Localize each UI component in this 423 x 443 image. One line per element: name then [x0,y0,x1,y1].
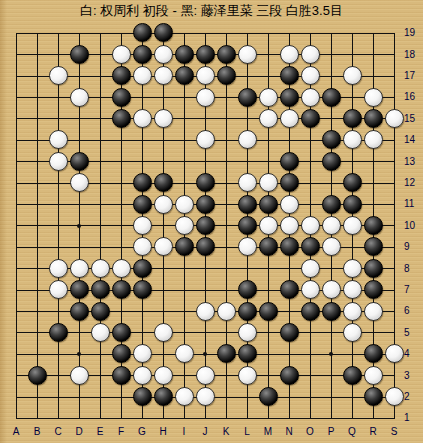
board-point-B7[interactable] [27,279,48,300]
black-stone[interactable] [280,66,299,85]
board-point-P4[interactable] [321,343,342,364]
white-stone[interactable] [49,152,68,171]
board-point-M14[interactable] [258,129,279,150]
black-stone[interactable] [133,259,152,278]
board-point-E10[interactable] [90,215,111,236]
board-point-A13[interactable] [6,151,27,172]
black-stone[interactable] [112,88,131,107]
white-stone[interactable] [322,216,341,235]
board-point-R13[interactable] [363,151,384,172]
board-point-K3[interactable] [216,365,237,386]
board-point-P16[interactable] [321,86,342,107]
board-point-G17[interactable] [132,65,153,86]
board-point-Q5[interactable] [342,322,363,343]
board-point-M3[interactable] [258,365,279,386]
board-point-P18[interactable] [321,44,342,65]
board-point-D10[interactable] [69,215,90,236]
board-point-E5[interactable] [90,322,111,343]
board-point-P7[interactable] [321,279,342,300]
board-point-G7[interactable] [132,279,153,300]
board-point-D12[interactable] [69,172,90,193]
board-point-N17[interactable] [279,65,300,86]
board-point-F18[interactable] [111,44,132,65]
board-point-H13[interactable] [153,151,174,172]
board-point-E13[interactable] [90,151,111,172]
white-stone[interactable] [196,387,215,406]
white-stone[interactable] [301,259,320,278]
board-point-D19[interactable] [69,22,90,43]
board-point-C18[interactable] [48,44,69,65]
board-point-R6[interactable] [363,300,384,321]
white-stone[interactable] [301,45,320,64]
white-stone[interactable] [238,173,257,192]
black-stone[interactable] [154,387,173,406]
board-point-B2[interactable] [27,386,48,407]
black-stone[interactable] [280,280,299,299]
board-point-L8[interactable] [237,258,258,279]
black-stone[interactable] [112,366,131,385]
white-stone[interactable] [91,259,110,278]
board-point-O2[interactable] [300,386,321,407]
board-point-F15[interactable] [111,108,132,129]
board-point-J11[interactable] [195,193,216,214]
board-point-N15[interactable] [279,108,300,129]
board-point-R17[interactable] [363,65,384,86]
board-point-M2[interactable] [258,386,279,407]
black-stone[interactable] [49,323,68,342]
board-point-A3[interactable] [6,365,27,386]
board-point-C10[interactable] [48,215,69,236]
board-point-Q13[interactable] [342,151,363,172]
board-point-G16[interactable] [132,86,153,107]
black-stone[interactable] [196,216,215,235]
board-point-N18[interactable] [279,44,300,65]
black-stone[interactable] [322,152,341,171]
white-stone[interactable] [238,45,257,64]
board-point-R16[interactable] [363,86,384,107]
board-point-D9[interactable] [69,236,90,257]
board-point-R3[interactable] [363,365,384,386]
black-stone[interactable] [322,195,341,214]
white-stone[interactable] [196,66,215,85]
black-stone[interactable] [133,280,152,299]
black-stone[interactable] [280,88,299,107]
white-stone[interactable] [112,45,131,64]
board-point-G8[interactable] [132,258,153,279]
board-point-P5[interactable] [321,322,342,343]
board-point-K19[interactable] [216,22,237,43]
board-point-F16[interactable] [111,86,132,107]
board-point-E17[interactable] [90,65,111,86]
board-point-P15[interactable] [321,108,342,129]
board-point-G4[interactable] [132,343,153,364]
board-point-I14[interactable] [174,129,195,150]
board-point-J2[interactable] [195,386,216,407]
board-point-G6[interactable] [132,300,153,321]
board-point-E8[interactable] [90,258,111,279]
board-point-R14[interactable] [363,129,384,150]
board-point-F17[interactable] [111,65,132,86]
white-stone[interactable] [154,66,173,85]
board-point-R9[interactable] [363,236,384,257]
white-stone[interactable] [301,216,320,235]
white-stone[interactable] [238,323,257,342]
black-stone[interactable] [70,45,89,64]
white-stone[interactable] [133,344,152,363]
black-stone[interactable] [196,237,215,256]
board-point-G14[interactable] [132,129,153,150]
board-point-J12[interactable] [195,172,216,193]
board-point-J7[interactable] [195,279,216,300]
board-point-H8[interactable] [153,258,174,279]
board-point-B14[interactable] [27,129,48,150]
board-point-M11[interactable] [258,193,279,214]
white-stone[interactable] [343,216,362,235]
board-point-F14[interactable] [111,129,132,150]
board-point-E16[interactable] [90,86,111,107]
black-stone[interactable] [280,152,299,171]
board-point-K6[interactable] [216,300,237,321]
black-stone[interactable] [364,109,383,128]
black-stone[interactable] [364,280,383,299]
white-stone[interactable] [322,280,341,299]
black-stone[interactable] [238,344,257,363]
black-stone[interactable] [133,23,152,42]
white-stone[interactable] [154,237,173,256]
board-point-A9[interactable] [6,236,27,257]
white-stone[interactable] [49,130,68,149]
board-point-N3[interactable] [279,365,300,386]
white-stone[interactable] [133,237,152,256]
black-stone[interactable] [280,366,299,385]
white-stone[interactable] [301,66,320,85]
white-stone[interactable] [154,109,173,128]
board-point-M10[interactable] [258,215,279,236]
board-point-F2[interactable] [111,386,132,407]
board-point-B17[interactable] [27,65,48,86]
board-point-J14[interactable] [195,129,216,150]
board-point-A2[interactable] [6,386,27,407]
board-point-C12[interactable] [48,172,69,193]
board-point-O16[interactable] [300,86,321,107]
black-stone[interactable] [364,237,383,256]
white-stone[interactable] [196,302,215,321]
white-stone[interactable] [322,237,341,256]
board-point-M12[interactable] [258,172,279,193]
board-point-O19[interactable] [300,22,321,43]
board-point-J13[interactable] [195,151,216,172]
board-point-B11[interactable] [27,193,48,214]
board-point-O13[interactable] [300,151,321,172]
board-point-M8[interactable] [258,258,279,279]
board-point-N14[interactable] [279,129,300,150]
board-point-H16[interactable] [153,86,174,107]
board-point-E2[interactable] [90,386,111,407]
white-stone[interactable] [49,259,68,278]
board-point-H17[interactable] [153,65,174,86]
board-point-K11[interactable] [216,193,237,214]
black-stone[interactable] [217,45,236,64]
board-point-K10[interactable] [216,215,237,236]
black-stone[interactable] [175,66,194,85]
board-point-H10[interactable] [153,215,174,236]
board-point-N10[interactable] [279,215,300,236]
board-point-K13[interactable] [216,151,237,172]
board-point-L6[interactable] [237,300,258,321]
board-point-Q19[interactable] [342,22,363,43]
board-point-L15[interactable] [237,108,258,129]
board-point-H6[interactable] [153,300,174,321]
black-stone[interactable] [259,237,278,256]
board-point-I7[interactable] [174,279,195,300]
black-stone[interactable] [133,387,152,406]
black-stone[interactable] [259,195,278,214]
board-point-D16[interactable] [69,86,90,107]
board-point-C8[interactable] [48,258,69,279]
board-point-J9[interactable] [195,236,216,257]
black-stone[interactable] [259,387,278,406]
board-point-F6[interactable] [111,300,132,321]
board-point-P12[interactable] [321,172,342,193]
board-point-A5[interactable] [6,322,27,343]
board-point-O17[interactable] [300,65,321,86]
board-point-D13[interactable] [69,151,90,172]
board-point-L10[interactable] [237,215,258,236]
board-point-C2[interactable] [48,386,69,407]
board-point-G15[interactable] [132,108,153,129]
board-point-P3[interactable] [321,365,342,386]
board-point-B3[interactable] [27,365,48,386]
white-stone[interactable] [301,88,320,107]
board-point-O9[interactable] [300,236,321,257]
board-point-P2[interactable] [321,386,342,407]
board-point-K8[interactable] [216,258,237,279]
black-stone[interactable] [175,237,194,256]
board-point-R12[interactable] [363,172,384,193]
board-point-L11[interactable] [237,193,258,214]
white-stone[interactable] [133,216,152,235]
white-stone[interactable] [259,109,278,128]
board-point-G11[interactable] [132,193,153,214]
board-point-P17[interactable] [321,65,342,86]
board-point-M4[interactable] [258,343,279,364]
board-point-K17[interactable] [216,65,237,86]
board-point-Q6[interactable] [342,300,363,321]
black-stone[interactable] [133,173,152,192]
board-point-P14[interactable] [321,129,342,150]
board-point-M15[interactable] [258,108,279,129]
white-stone[interactable] [70,366,89,385]
black-stone[interactable] [280,173,299,192]
board-point-B6[interactable] [27,300,48,321]
board-point-N2[interactable] [279,386,300,407]
board-point-E14[interactable] [90,129,111,150]
board-point-R7[interactable] [363,279,384,300]
board-point-Q10[interactable] [342,215,363,236]
board-point-G9[interactable] [132,236,153,257]
board-point-E9[interactable] [90,236,111,257]
board-point-D17[interactable] [69,65,90,86]
board-point-L19[interactable] [237,22,258,43]
board-point-E4[interactable] [90,343,111,364]
board-point-R8[interactable] [363,258,384,279]
board-point-B8[interactable] [27,258,48,279]
white-stone[interactable] [343,323,362,342]
board-point-F5[interactable] [111,322,132,343]
board-point-M16[interactable] [258,86,279,107]
board-point-I2[interactable] [174,386,195,407]
black-stone[interactable] [322,130,341,149]
board-point-A19[interactable] [6,22,27,43]
board-point-Q2[interactable] [342,386,363,407]
board-point-P11[interactable] [321,193,342,214]
board-point-K15[interactable] [216,108,237,129]
board-point-R10[interactable] [363,215,384,236]
board-point-N16[interactable] [279,86,300,107]
black-stone[interactable] [217,66,236,85]
white-stone[interactable] [259,216,278,235]
board-point-H19[interactable] [153,22,174,43]
board-point-N11[interactable] [279,193,300,214]
board-point-K5[interactable] [216,322,237,343]
white-stone[interactable] [280,45,299,64]
board-point-Q3[interactable] [342,365,363,386]
board-point-F10[interactable] [111,215,132,236]
board-point-M17[interactable] [258,65,279,86]
white-stone[interactable] [175,387,194,406]
board-point-K2[interactable] [216,386,237,407]
white-stone[interactable] [91,323,110,342]
board-point-A17[interactable] [6,65,27,86]
board-point-K12[interactable] [216,172,237,193]
board-point-R2[interactable] [363,386,384,407]
black-stone[interactable] [343,366,362,385]
white-stone[interactable] [364,366,383,385]
board-point-B4[interactable] [27,343,48,364]
white-stone[interactable] [238,366,257,385]
board-point-R15[interactable] [363,108,384,129]
white-stone[interactable] [175,216,194,235]
board-point-Q4[interactable] [342,343,363,364]
board-point-B16[interactable] [27,86,48,107]
board-point-Q12[interactable] [342,172,363,193]
board-point-K14[interactable] [216,129,237,150]
board-point-M5[interactable] [258,322,279,343]
board-point-B19[interactable] [27,22,48,43]
black-stone[interactable] [112,323,131,342]
board-point-A10[interactable] [6,215,27,236]
board-point-L17[interactable] [237,65,258,86]
white-stone[interactable] [175,344,194,363]
board-point-D18[interactable] [69,44,90,65]
white-stone[interactable] [154,323,173,342]
board-point-D6[interactable] [69,300,90,321]
black-stone[interactable] [238,302,257,321]
black-stone[interactable] [238,88,257,107]
white-stone[interactable] [343,280,362,299]
board-point-H7[interactable] [153,279,174,300]
board-point-I10[interactable] [174,215,195,236]
board-point-L16[interactable] [237,86,258,107]
board-point-A12[interactable] [6,172,27,193]
black-stone[interactable] [154,173,173,192]
board-point-J19[interactable] [195,22,216,43]
board-point-C5[interactable] [48,322,69,343]
white-stone[interactable] [217,302,236,321]
white-stone[interactable] [49,66,68,85]
black-stone[interactable] [70,280,89,299]
board-point-P6[interactable] [321,300,342,321]
board-point-F4[interactable] [111,343,132,364]
white-stone[interactable] [385,109,404,128]
board-point-Q14[interactable] [342,129,363,150]
black-stone[interactable] [70,152,89,171]
board-point-J4[interactable] [195,343,216,364]
board-point-P19[interactable] [321,22,342,43]
board-point-O6[interactable] [300,300,321,321]
black-stone[interactable] [343,173,362,192]
board-point-O3[interactable] [300,365,321,386]
board-point-C3[interactable] [48,365,69,386]
board-point-F19[interactable] [111,22,132,43]
white-stone[interactable] [238,130,257,149]
board-point-G2[interactable] [132,386,153,407]
board-point-D11[interactable] [69,193,90,214]
white-stone[interactable] [133,66,152,85]
board-point-D14[interactable] [69,129,90,150]
board-point-M19[interactable] [258,22,279,43]
board-point-O11[interactable] [300,193,321,214]
board-point-B13[interactable] [27,151,48,172]
board-point-G19[interactable] [132,22,153,43]
board-point-E12[interactable] [90,172,111,193]
board-point-B15[interactable] [27,108,48,129]
board-point-H2[interactable] [153,386,174,407]
board-point-I3[interactable] [174,365,195,386]
board-point-N19[interactable] [279,22,300,43]
board-point-F12[interactable] [111,172,132,193]
board-point-C6[interactable] [48,300,69,321]
board-point-D7[interactable] [69,279,90,300]
black-stone[interactable] [364,387,383,406]
board-point-N5[interactable] [279,322,300,343]
white-stone[interactable] [364,130,383,149]
white-stone[interactable] [196,130,215,149]
white-stone[interactable] [259,88,278,107]
board-point-O4[interactable] [300,343,321,364]
board-point-D3[interactable] [69,365,90,386]
board-point-J17[interactable] [195,65,216,86]
black-stone[interactable] [196,45,215,64]
black-stone[interactable] [217,344,236,363]
white-stone[interactable] [49,280,68,299]
white-stone[interactable] [280,109,299,128]
black-stone[interactable] [91,302,110,321]
black-stone[interactable] [364,259,383,278]
board-point-J5[interactable] [195,322,216,343]
white-stone[interactable] [385,387,404,406]
board-point-A6[interactable] [6,300,27,321]
board-point-F13[interactable] [111,151,132,172]
board-point-C17[interactable] [48,65,69,86]
white-stone[interactable] [70,88,89,107]
board-point-I12[interactable] [174,172,195,193]
white-stone[interactable] [343,130,362,149]
white-stone[interactable] [196,88,215,107]
board-point-F9[interactable] [111,236,132,257]
board-point-L7[interactable] [237,279,258,300]
board-point-G12[interactable] [132,172,153,193]
